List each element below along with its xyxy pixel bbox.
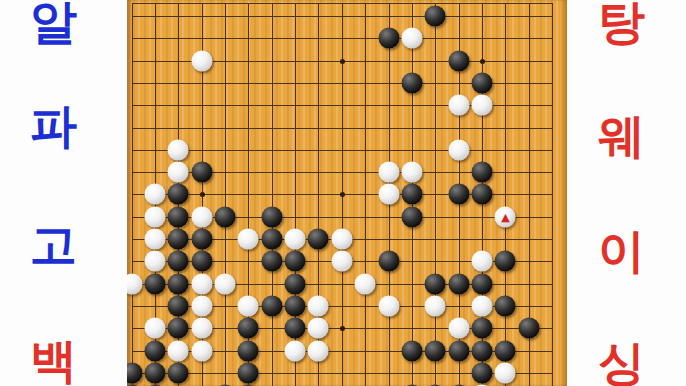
left-caption-char-2: 고 (30, 221, 77, 268)
stone-black[interactable] (168, 251, 189, 272)
stone-black[interactable] (285, 295, 306, 316)
stone-black[interactable] (401, 206, 422, 227)
stone-white[interactable] (331, 251, 352, 272)
right-caption-char-3: 싱 (598, 339, 645, 386)
stone-black[interactable] (308, 229, 329, 250)
stone-white[interactable] (425, 295, 446, 316)
stone-black[interactable] (261, 229, 282, 250)
star-point (340, 192, 345, 197)
grid-hline (132, 128, 554, 129)
grid-hline (132, 3, 554, 4)
stone-white[interactable] (168, 162, 189, 183)
stone-white[interactable] (378, 295, 399, 316)
stone-white[interactable] (331, 229, 352, 250)
star-point (340, 59, 345, 64)
stone-black[interactable] (401, 184, 422, 205)
stone-white[interactable] (378, 162, 399, 183)
stone-black[interactable] (191, 162, 212, 183)
right-caption-panel: 탕웨이싱 (567, 0, 686, 386)
broadcast-frame: ▲ 알파고백 탕웨이싱 (0, 0, 686, 386)
stone-white[interactable] (168, 340, 189, 361)
stone-black[interactable] (518, 318, 539, 339)
stone-white[interactable] (472, 95, 493, 116)
stone-white[interactable] (144, 229, 165, 250)
stone-black[interactable] (144, 362, 165, 383)
stone-black[interactable] (378, 28, 399, 49)
stone-white[interactable] (308, 340, 329, 361)
stone-black[interactable] (191, 251, 212, 272)
stone-white[interactable] (238, 229, 259, 250)
stone-white[interactable] (191, 318, 212, 339)
stone-white[interactable] (472, 295, 493, 316)
stone-black[interactable] (472, 184, 493, 205)
stone-white[interactable] (448, 318, 469, 339)
stone-white[interactable] (378, 184, 399, 205)
stone-black[interactable] (261, 295, 282, 316)
stone-black[interactable] (472, 340, 493, 361)
stone-white[interactable] (285, 340, 306, 361)
right-caption-char-0: 탕 (598, 0, 645, 45)
stone-white[interactable] (144, 206, 165, 227)
star-point (340, 326, 345, 331)
stone-black[interactable] (168, 184, 189, 205)
stone-white[interactable] (191, 206, 212, 227)
stone-black[interactable] (472, 72, 493, 93)
stone-black[interactable] (168, 273, 189, 294)
stone-white[interactable] (355, 273, 376, 294)
stone-black[interactable] (472, 318, 493, 339)
stone-black[interactable] (448, 50, 469, 71)
grid-hline (132, 16, 554, 17)
stone-white[interactable] (308, 318, 329, 339)
stone-white[interactable] (191, 340, 212, 361)
stone-black[interactable] (168, 229, 189, 250)
stone-white[interactable] (191, 295, 212, 316)
stone-black[interactable] (261, 251, 282, 272)
stone-black[interactable] (425, 6, 446, 27)
stone-white[interactable] (285, 229, 306, 250)
stone-white[interactable] (472, 251, 493, 272)
right-caption-char-1: 웨 (598, 112, 645, 159)
stone-black[interactable] (191, 229, 212, 250)
left-caption-char-1: 파 (30, 102, 77, 149)
star-point (480, 59, 485, 64)
stone-white[interactable] (214, 273, 235, 294)
stone-black[interactable] (168, 295, 189, 316)
stone-white[interactable] (238, 295, 259, 316)
stone-black[interactable] (401, 72, 422, 93)
stone-white[interactable] (401, 28, 422, 49)
stone-white[interactable] (401, 162, 422, 183)
stone-black[interactable] (472, 273, 493, 294)
stone-black[interactable] (144, 273, 165, 294)
last-move-marker: ▲ (501, 211, 509, 222)
stone-white[interactable] (168, 139, 189, 160)
stone-black[interactable] (238, 318, 259, 339)
stone-black[interactable] (472, 362, 493, 383)
left-caption-char-3: 백 (30, 337, 77, 384)
stone-white[interactable] (191, 50, 212, 71)
left-caption-char-0: 알 (30, 0, 77, 45)
stone-white[interactable]: ▲ (495, 206, 516, 227)
stone-black[interactable] (285, 251, 306, 272)
stone-white[interactable] (448, 139, 469, 160)
stone-black[interactable] (168, 362, 189, 383)
stone-white[interactable] (144, 184, 165, 205)
stone-black[interactable] (448, 184, 469, 205)
stone-black[interactable] (401, 340, 422, 361)
stone-black[interactable] (425, 340, 446, 361)
stone-black[interactable] (238, 362, 259, 383)
stone-white[interactable] (191, 273, 212, 294)
stone-black[interactable] (378, 251, 399, 272)
star-point (200, 192, 205, 197)
stone-black[interactable] (472, 162, 493, 183)
stone-black[interactable] (261, 206, 282, 227)
grid-hline (132, 150, 554, 151)
stone-black[interactable] (425, 273, 446, 294)
stone-white[interactable] (144, 318, 165, 339)
stone-white[interactable] (144, 251, 165, 272)
left-caption-panel: 알파고백 (0, 0, 127, 386)
stone-black[interactable] (285, 318, 306, 339)
stone-white[interactable] (495, 362, 516, 383)
stone-black[interactable] (495, 251, 516, 272)
stone-black[interactable] (448, 340, 469, 361)
stone-white[interactable] (448, 95, 469, 116)
go-board[interactable]: ▲ (127, 0, 567, 386)
right-caption-char-2: 이 (598, 227, 645, 274)
stone-black[interactable] (168, 206, 189, 227)
stone-black[interactable] (168, 318, 189, 339)
stone-black[interactable] (144, 340, 165, 361)
stone-black[interactable] (495, 295, 516, 316)
stone-white[interactable] (308, 295, 329, 316)
grid-hline (132, 38, 554, 39)
stone-black[interactable] (448, 273, 469, 294)
stone-black[interactable] (285, 273, 306, 294)
stone-black[interactable] (495, 340, 516, 361)
stone-black[interactable] (238, 340, 259, 361)
stone-black[interactable] (214, 206, 235, 227)
